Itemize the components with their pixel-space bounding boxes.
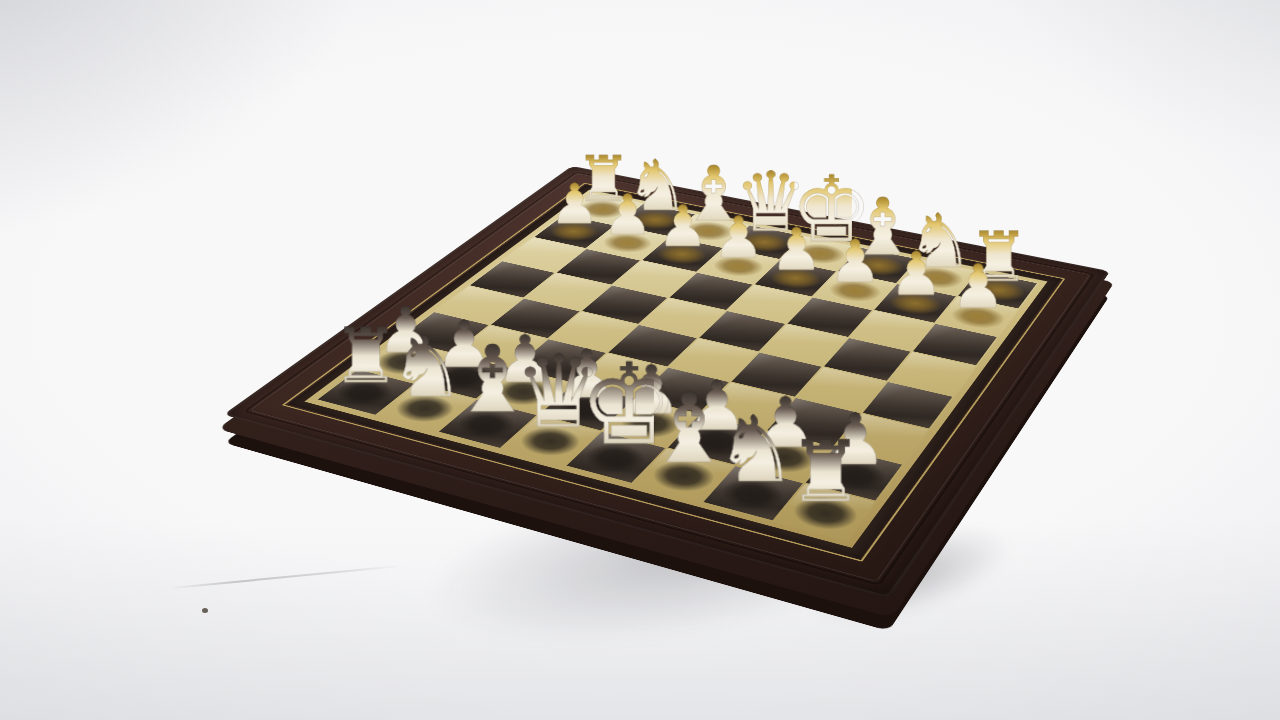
bishop-glyph: ♝ [451, 336, 524, 424]
backdrop-shade-top-right [900, 0, 1280, 220]
king-glyph: ♚ [579, 351, 654, 457]
backdrop-shade-top-left [0, 0, 440, 280]
queen-glyph: ♛ [514, 345, 588, 440]
studio-photo: ♜♞♝♛♚♝♞♜♟♟♟♟♟♟♟♟♟♟♟♟♟♟♟♟♜♞♝♛♚♝♞♜ [0, 0, 1280, 720]
backdrop-speck [202, 608, 208, 613]
bishop-glyph: ♝ [646, 384, 722, 476]
rook-glyph: ♜ [787, 432, 866, 512]
knight-glyph: ♞ [715, 407, 792, 494]
